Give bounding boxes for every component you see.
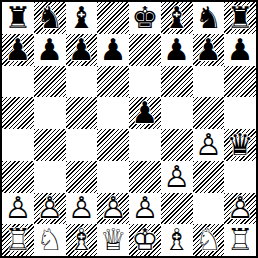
piece-glyph-layer: ♝ xyxy=(66,2,98,34)
square-h4[interactable]: ♛ xyxy=(224,129,256,161)
square-f1[interactable]: ♝♗ xyxy=(161,224,193,256)
black-pawn[interactable]: ♟ xyxy=(224,34,256,66)
piece-outline-layer: ♕ xyxy=(97,224,129,256)
black-knight[interactable]: ♞ xyxy=(193,2,225,34)
square-a8[interactable]: ♜ xyxy=(2,2,34,34)
square-b2[interactable]: ♟♙ xyxy=(34,193,66,225)
square-d8[interactable] xyxy=(97,2,129,34)
square-g8[interactable]: ♞ xyxy=(193,2,225,34)
piece-glyph-layer: ♞ xyxy=(34,2,66,34)
black-pawn[interactable]: ♟ xyxy=(193,34,225,66)
square-e1[interactable]: ♚♔ xyxy=(129,224,161,256)
piece-glyph-layer: ♟ xyxy=(129,97,161,129)
square-b6[interactable] xyxy=(34,66,66,98)
square-d4[interactable] xyxy=(97,129,129,161)
white-rook[interactable]: ♜♖ xyxy=(2,224,34,256)
square-a6[interactable] xyxy=(2,66,34,98)
square-d1[interactable]: ♛♕ xyxy=(97,224,129,256)
square-b7[interactable]: ♟ xyxy=(34,34,66,66)
square-c1[interactable]: ♝♗ xyxy=(66,224,98,256)
piece-outline-layer: ♙ xyxy=(97,193,129,225)
white-pawn[interactable]: ♟♙ xyxy=(2,193,34,225)
white-queen[interactable]: ♛♕ xyxy=(97,224,129,256)
piece-outline-layer: ♙ xyxy=(66,193,98,225)
square-c6[interactable] xyxy=(66,66,98,98)
square-h8[interactable]: ♜ xyxy=(224,2,256,34)
black-pawn[interactable]: ♟ xyxy=(97,34,129,66)
white-pawn[interactable]: ♟♙ xyxy=(34,193,66,225)
piece-glyph-layer: ♟ xyxy=(97,34,129,66)
square-e3[interactable] xyxy=(129,161,161,193)
black-pawn[interactable]: ♟ xyxy=(66,34,98,66)
square-c3[interactable] xyxy=(66,161,98,193)
black-bishop[interactable]: ♝ xyxy=(161,2,193,34)
chess-board: ♜♞♝♚♝♞♜♟♟♟♟♟♟♟♟♟♙♛♟♙♟♙♟♙♟♙♟♙♟♙♟♙♜♖♞♘♝♗♛♕… xyxy=(0,0,258,258)
piece-outline-layer: ♙ xyxy=(224,193,256,225)
square-f7[interactable]: ♟ xyxy=(161,34,193,66)
white-pawn[interactable]: ♟♙ xyxy=(193,129,225,161)
square-b5[interactable] xyxy=(34,97,66,129)
white-rook[interactable]: ♜♖ xyxy=(224,224,256,256)
black-rook[interactable]: ♜ xyxy=(2,2,34,34)
square-d2[interactable]: ♟♙ xyxy=(97,193,129,225)
square-e6[interactable] xyxy=(129,66,161,98)
square-b3[interactable] xyxy=(34,161,66,193)
white-pawn[interactable]: ♟♙ xyxy=(224,193,256,225)
piece-glyph-layer: ♟ xyxy=(66,34,98,66)
square-h7[interactable]: ♟ xyxy=(224,34,256,66)
square-f2[interactable] xyxy=(161,193,193,225)
square-g4[interactable]: ♟♙ xyxy=(193,129,225,161)
square-h5[interactable] xyxy=(224,97,256,129)
white-pawn[interactable]: ♟♙ xyxy=(161,161,193,193)
white-knight[interactable]: ♞♘ xyxy=(34,224,66,256)
piece-glyph-layer: ♟ xyxy=(34,34,66,66)
square-d5[interactable] xyxy=(97,97,129,129)
square-f6[interactable] xyxy=(161,66,193,98)
square-a7[interactable]: ♟ xyxy=(2,34,34,66)
square-e5[interactable]: ♟ xyxy=(129,97,161,129)
piece-outline-layer: ♙ xyxy=(161,161,193,193)
piece-outline-layer: ♘ xyxy=(193,224,225,256)
white-pawn[interactable]: ♟♙ xyxy=(129,193,161,225)
square-f8[interactable]: ♝ xyxy=(161,2,193,34)
square-g3[interactable] xyxy=(193,161,225,193)
square-h2[interactable]: ♟♙ xyxy=(224,193,256,225)
black-king[interactable]: ♚ xyxy=(129,2,161,34)
square-a2[interactable]: ♟♙ xyxy=(2,193,34,225)
square-c8[interactable]: ♝ xyxy=(66,2,98,34)
piece-glyph-layer: ♜ xyxy=(224,2,256,34)
black-pawn[interactable]: ♟ xyxy=(129,97,161,129)
square-a4[interactable] xyxy=(2,129,34,161)
piece-glyph-layer: ♟ xyxy=(161,34,193,66)
square-h3[interactable] xyxy=(224,161,256,193)
square-a1[interactable]: ♜♖ xyxy=(2,224,34,256)
piece-outline-layer: ♔ xyxy=(129,224,161,256)
square-h6[interactable] xyxy=(224,66,256,98)
square-g1[interactable]: ♞♘ xyxy=(193,224,225,256)
black-pawn[interactable]: ♟ xyxy=(34,34,66,66)
square-c2[interactable]: ♟♙ xyxy=(66,193,98,225)
white-pawn[interactable]: ♟♙ xyxy=(97,193,129,225)
piece-outline-layer: ♖ xyxy=(2,224,34,256)
square-b4[interactable] xyxy=(34,129,66,161)
piece-outline-layer: ♙ xyxy=(129,193,161,225)
square-c4[interactable] xyxy=(66,129,98,161)
piece-outline-layer: ♗ xyxy=(161,224,193,256)
chess-board-grid: ♜♞♝♚♝♞♜♟♟♟♟♟♟♟♟♟♙♛♟♙♟♙♟♙♟♙♟♙♟♙♟♙♜♖♞♘♝♗♛♕… xyxy=(2,2,256,256)
white-king[interactable]: ♚♔ xyxy=(129,224,161,256)
square-h1[interactable]: ♜♖ xyxy=(224,224,256,256)
white-pawn[interactable]: ♟♙ xyxy=(66,193,98,225)
square-g7[interactable]: ♟ xyxy=(193,34,225,66)
piece-outline-layer: ♙ xyxy=(2,193,34,225)
square-b1[interactable]: ♞♘ xyxy=(34,224,66,256)
black-bishop[interactable]: ♝ xyxy=(66,2,98,34)
white-bishop[interactable]: ♝♗ xyxy=(161,224,193,256)
piece-outline-layer: ♗ xyxy=(66,224,98,256)
black-pawn[interactable]: ♟ xyxy=(161,34,193,66)
white-knight[interactable]: ♞♘ xyxy=(193,224,225,256)
square-c5[interactable] xyxy=(66,97,98,129)
square-e8[interactable]: ♚ xyxy=(129,2,161,34)
piece-glyph-layer: ♛ xyxy=(224,129,256,161)
white-bishop[interactable]: ♝♗ xyxy=(66,224,98,256)
square-d3[interactable] xyxy=(97,161,129,193)
black-rook[interactable]: ♜ xyxy=(224,2,256,34)
square-f4[interactable] xyxy=(161,129,193,161)
piece-glyph-layer: ♟ xyxy=(2,34,34,66)
piece-outline-layer: ♙ xyxy=(193,129,225,161)
square-e7[interactable] xyxy=(129,34,161,66)
piece-outline-layer: ♙ xyxy=(34,193,66,225)
black-knight[interactable]: ♞ xyxy=(34,2,66,34)
piece-glyph-layer: ♜ xyxy=(2,2,34,34)
square-f5[interactable] xyxy=(161,97,193,129)
piece-glyph-layer: ♝ xyxy=(161,2,193,34)
square-e2[interactable]: ♟♙ xyxy=(129,193,161,225)
square-d7[interactable]: ♟ xyxy=(97,34,129,66)
piece-glyph-layer: ♟ xyxy=(224,34,256,66)
square-a3[interactable] xyxy=(2,161,34,193)
square-g5[interactable] xyxy=(193,97,225,129)
square-c7[interactable]: ♟ xyxy=(66,34,98,66)
black-pawn[interactable]: ♟ xyxy=(2,34,34,66)
square-g2[interactable] xyxy=(193,193,225,225)
square-e4[interactable] xyxy=(129,129,161,161)
square-b8[interactable]: ♞ xyxy=(34,2,66,34)
square-f3[interactable]: ♟♙ xyxy=(161,161,193,193)
black-queen[interactable]: ♛ xyxy=(224,129,256,161)
piece-outline-layer: ♘ xyxy=(34,224,66,256)
square-a5[interactable] xyxy=(2,97,34,129)
piece-outline-layer: ♖ xyxy=(224,224,256,256)
square-g6[interactable] xyxy=(193,66,225,98)
piece-glyph-layer: ♟ xyxy=(193,34,225,66)
piece-glyph-layer: ♚ xyxy=(129,2,161,34)
square-d6[interactable] xyxy=(97,66,129,98)
piece-glyph-layer: ♞ xyxy=(193,2,225,34)
